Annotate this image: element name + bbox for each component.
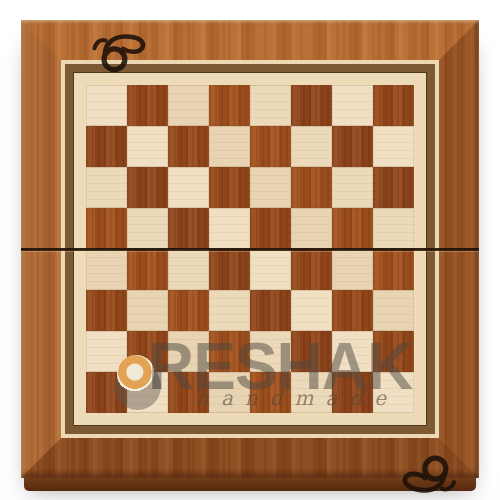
square[interactable] (250, 126, 291, 167)
square[interactable] (250, 331, 291, 372)
square[interactable] (209, 372, 250, 413)
square[interactable] (127, 85, 168, 126)
square[interactable] (250, 85, 291, 126)
square[interactable] (168, 290, 209, 331)
square[interactable] (250, 372, 291, 413)
square[interactable] (373, 372, 414, 413)
square[interactable] (86, 208, 127, 249)
square[interactable] (291, 249, 332, 290)
brand-logo-icon (391, 444, 461, 500)
square[interactable] (373, 290, 414, 331)
product-photo: RESHAK handmade (0, 0, 500, 500)
square[interactable] (291, 331, 332, 372)
square[interactable] (373, 331, 414, 372)
square[interactable] (168, 208, 209, 249)
square[interactable] (332, 167, 373, 208)
square[interactable] (209, 126, 250, 167)
square[interactable] (332, 372, 373, 413)
square[interactable] (291, 290, 332, 331)
square[interactable] (127, 208, 168, 249)
square[interactable] (250, 208, 291, 249)
square[interactable] (373, 126, 414, 167)
square[interactable] (332, 208, 373, 249)
square[interactable] (168, 85, 209, 126)
square[interactable] (291, 372, 332, 413)
square[interactable] (250, 167, 291, 208)
square[interactable] (86, 331, 127, 372)
square[interactable] (373, 249, 414, 290)
brand-logo-icon (85, 27, 162, 79)
square[interactable] (127, 167, 168, 208)
square[interactable] (250, 290, 291, 331)
square[interactable] (86, 249, 127, 290)
chess-board (21, 20, 479, 478)
square[interactable] (209, 167, 250, 208)
square[interactable] (250, 249, 291, 290)
square[interactable] (291, 208, 332, 249)
square[interactable] (332, 126, 373, 167)
square[interactable] (168, 372, 209, 413)
square[interactable] (168, 249, 209, 290)
square[interactable] (86, 85, 127, 126)
square[interactable] (86, 290, 127, 331)
square[interactable] (332, 290, 373, 331)
square[interactable] (168, 167, 209, 208)
square[interactable] (291, 85, 332, 126)
square[interactable] (209, 331, 250, 372)
square[interactable] (86, 372, 127, 413)
fold-seam (21, 248, 479, 251)
square[interactable] (373, 167, 414, 208)
square[interactable] (127, 126, 168, 167)
square[interactable] (209, 85, 250, 126)
square[interactable] (373, 208, 414, 249)
square[interactable] (127, 290, 168, 331)
square[interactable] (373, 85, 414, 126)
square[interactable] (168, 331, 209, 372)
square[interactable] (209, 290, 250, 331)
square[interactable] (332, 85, 373, 126)
square[interactable] (168, 126, 209, 167)
square[interactable] (209, 208, 250, 249)
square[interactable] (127, 331, 168, 372)
square[interactable] (332, 249, 373, 290)
square[interactable] (127, 372, 168, 413)
square[interactable] (291, 126, 332, 167)
square[interactable] (209, 249, 250, 290)
square[interactable] (332, 331, 373, 372)
square[interactable] (86, 167, 127, 208)
square[interactable] (291, 167, 332, 208)
square[interactable] (127, 249, 168, 290)
square[interactable] (86, 126, 127, 167)
